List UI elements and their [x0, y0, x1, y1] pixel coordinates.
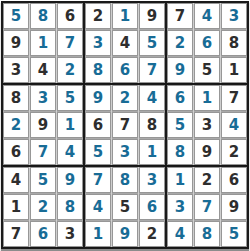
- cell-r7c8[interactable]: 2: [194, 167, 220, 193]
- cell-r2c1[interactable]: 9: [3, 30, 29, 56]
- cell-r4c5[interactable]: 2: [112, 85, 138, 111]
- cell-r8c8[interactable]: 7: [194, 194, 220, 220]
- cell-r7c4[interactable]: 7: [85, 167, 111, 193]
- cell-r2c5[interactable]: 4: [112, 30, 138, 56]
- cell-r1c6[interactable]: 9: [139, 3, 165, 29]
- cell-r6c5[interactable]: 3: [112, 139, 138, 165]
- cell-r6c3[interactable]: 4: [57, 139, 83, 165]
- cell-r6c7[interactable]: 8: [167, 139, 193, 165]
- cell-r4c8[interactable]: 1: [194, 85, 220, 111]
- cell-r5c4[interactable]: 6: [85, 112, 111, 138]
- cell-r5c7[interactable]: 5: [167, 112, 193, 138]
- sudoku-board: 5869173422193458677432689518352916749246…: [1, 1, 249, 249]
- cell-r5c9[interactable]: 4: [221, 112, 247, 138]
- cell-r7c9[interactable]: 6: [221, 167, 247, 193]
- cell-r7c3[interactable]: 9: [57, 167, 83, 193]
- cell-r1c4[interactable]: 2: [85, 3, 111, 29]
- cell-r1c7[interactable]: 7: [167, 3, 193, 29]
- cell-r7c1[interactable]: 4: [3, 167, 29, 193]
- cell-r5c2[interactable]: 9: [30, 112, 56, 138]
- cell-r8c7[interactable]: 3: [167, 194, 193, 220]
- cell-r1c3[interactable]: 6: [57, 3, 83, 29]
- cell-r7c7[interactable]: 1: [167, 167, 193, 193]
- cell-r6c9[interactable]: 2: [221, 139, 247, 165]
- cell-r4c1[interactable]: 8: [3, 85, 29, 111]
- cell-r9c9[interactable]: 5: [221, 221, 247, 247]
- cell-r3c6[interactable]: 7: [139, 57, 165, 83]
- cell-r7c6[interactable]: 3: [139, 167, 165, 193]
- cell-r2c3[interactable]: 7: [57, 30, 83, 56]
- cell-r4c7[interactable]: 6: [167, 85, 193, 111]
- cell-r8c4[interactable]: 4: [85, 194, 111, 220]
- cell-r1c2[interactable]: 8: [30, 3, 56, 29]
- cell-r2c6[interactable]: 5: [139, 30, 165, 56]
- box-3: 743268951: [167, 3, 247, 83]
- cell-r9c2[interactable]: 6: [30, 221, 56, 247]
- cell-r4c6[interactable]: 4: [139, 85, 165, 111]
- cell-r8c1[interactable]: 1: [3, 194, 29, 220]
- cell-r6c6[interactable]: 1: [139, 139, 165, 165]
- cell-r6c4[interactable]: 5: [85, 139, 111, 165]
- cell-r9c4[interactable]: 1: [85, 221, 111, 247]
- cell-r4c2[interactable]: 3: [30, 85, 56, 111]
- cell-r7c2[interactable]: 5: [30, 167, 56, 193]
- cell-r8c5[interactable]: 5: [112, 194, 138, 220]
- cell-r3c7[interactable]: 9: [167, 57, 193, 83]
- cell-r3c8[interactable]: 5: [194, 57, 220, 83]
- cell-r1c5[interactable]: 1: [112, 3, 138, 29]
- cell-r9c8[interactable]: 8: [194, 221, 220, 247]
- cell-r3c5[interactable]: 6: [112, 57, 138, 83]
- cell-r7c5[interactable]: 8: [112, 167, 138, 193]
- cell-r5c6[interactable]: 8: [139, 112, 165, 138]
- cell-r8c9[interactable]: 9: [221, 194, 247, 220]
- cell-r1c8[interactable]: 4: [194, 3, 220, 29]
- cell-r9c1[interactable]: 7: [3, 221, 29, 247]
- cell-r9c5[interactable]: 9: [112, 221, 138, 247]
- box-6: 617534892: [167, 85, 247, 165]
- box-8: 783456192: [85, 167, 165, 247]
- cell-r6c1[interactable]: 6: [3, 139, 29, 165]
- cell-r3c9[interactable]: 1: [221, 57, 247, 83]
- box-7: 459128763: [3, 167, 83, 247]
- box-5: 924678531: [85, 85, 165, 165]
- cell-r8c3[interactable]: 8: [57, 194, 83, 220]
- cell-r9c7[interactable]: 4: [167, 221, 193, 247]
- cell-r6c2[interactable]: 7: [30, 139, 56, 165]
- cell-r2c7[interactable]: 2: [167, 30, 193, 56]
- cell-r9c3[interactable]: 3: [57, 221, 83, 247]
- cell-r6c8[interactable]: 9: [194, 139, 220, 165]
- cell-r2c2[interactable]: 1: [30, 30, 56, 56]
- cell-r2c4[interactable]: 3: [85, 30, 111, 56]
- cell-r4c9[interactable]: 7: [221, 85, 247, 111]
- box-1: 586917342: [3, 3, 83, 83]
- cell-r3c3[interactable]: 2: [57, 57, 83, 83]
- cell-r8c6[interactable]: 6: [139, 194, 165, 220]
- cell-r3c4[interactable]: 8: [85, 57, 111, 83]
- cell-r5c8[interactable]: 3: [194, 112, 220, 138]
- cell-r5c1[interactable]: 2: [3, 112, 29, 138]
- box-9: 126379485: [167, 167, 247, 247]
- cell-r1c9[interactable]: 3: [221, 3, 247, 29]
- box-4: 835291674: [3, 85, 83, 165]
- cell-r3c1[interactable]: 3: [3, 57, 29, 83]
- cell-r8c2[interactable]: 2: [30, 194, 56, 220]
- cell-r1c1[interactable]: 5: [3, 3, 29, 29]
- cell-r2c8[interactable]: 6: [194, 30, 220, 56]
- sudoku-page: 5869173422193458677432689518352916749246…: [0, 0, 250, 251]
- cell-r5c3[interactable]: 1: [57, 112, 83, 138]
- cell-r5c5[interactable]: 7: [112, 112, 138, 138]
- cell-r4c4[interactable]: 9: [85, 85, 111, 111]
- cell-r4c3[interactable]: 5: [57, 85, 83, 111]
- cell-r9c6[interactable]: 2: [139, 221, 165, 247]
- cell-r3c2[interactable]: 4: [30, 57, 56, 83]
- cell-r2c9[interactable]: 8: [221, 30, 247, 56]
- box-2: 219345867: [85, 3, 165, 83]
